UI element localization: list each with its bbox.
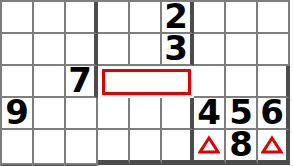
sudoku-board: 23794568 <box>0 0 290 166</box>
cell-r2c1[interactable] <box>2 34 34 66</box>
cell-r4c9[interactable] <box>66 130 98 165</box>
cell-r1c1[interactable] <box>2 2 34 34</box>
cell-r1c2[interactable] <box>34 2 66 34</box>
cell-r4c4[interactable]: 4 <box>194 98 226 130</box>
digit: 9 <box>5 95 29 129</box>
cell-r4c6[interactable]: 6 <box>258 98 290 130</box>
digit: 3 <box>164 31 188 65</box>
cell-r1c4[interactable] <box>98 2 130 34</box>
cell-r4c2[interactable] <box>130 98 162 130</box>
digit: 8 <box>229 127 253 161</box>
cell-r4c1[interactable] <box>98 98 130 130</box>
cell-r2c2[interactable] <box>34 34 66 66</box>
digit: 4 <box>197 95 221 129</box>
cell-r5c8[interactable] <box>34 165 66 166</box>
cell-r5c7[interactable] <box>2 165 34 166</box>
cell-r5c6[interactable] <box>258 130 290 165</box>
cell-r4c3[interactable] <box>162 98 194 130</box>
cell-r1c3[interactable] <box>66 2 98 34</box>
cell-r1c7[interactable] <box>194 2 226 34</box>
cell-r5c1[interactable] <box>98 130 130 165</box>
cell-r2c4[interactable] <box>98 34 130 66</box>
cell-r5c3[interactable] <box>162 130 194 165</box>
cell-r4c7[interactable] <box>2 130 34 165</box>
digit: 7 <box>68 63 92 97</box>
cell-r3c7[interactable]: 9 <box>2 98 34 130</box>
sudoku-diagram: 23794568 <box>0 0 293 166</box>
cell-r1c8[interactable] <box>226 2 258 34</box>
cell-r2c8[interactable] <box>226 34 258 66</box>
cell-r2c6[interactable]: 3 <box>162 34 194 66</box>
cell-r4c8[interactable] <box>34 130 66 165</box>
digit: 6 <box>260 95 284 129</box>
candidate-triangle-icon <box>261 135 283 155</box>
cell-r3c9[interactable] <box>66 98 98 130</box>
cell-r5c5[interactable]: 8 <box>226 130 258 165</box>
cell-r1c9[interactable] <box>258 2 290 34</box>
cell-r3c2[interactable] <box>34 66 66 98</box>
cell-r1c5[interactable] <box>130 2 162 34</box>
cell-r2c5[interactable] <box>130 34 162 66</box>
cell-r3c8[interactable] <box>34 98 66 130</box>
candidate-triangle-icon <box>198 135 220 155</box>
cell-r2c7[interactable] <box>194 34 226 66</box>
cell-r5c2[interactable] <box>130 130 162 165</box>
cell-r5c4[interactable] <box>194 130 226 165</box>
cell-r3c3[interactable]: 7 <box>66 66 98 98</box>
highlight-rectangle <box>102 69 191 95</box>
cell-r2c9[interactable] <box>258 34 290 66</box>
cell-r5c9[interactable] <box>66 165 98 166</box>
